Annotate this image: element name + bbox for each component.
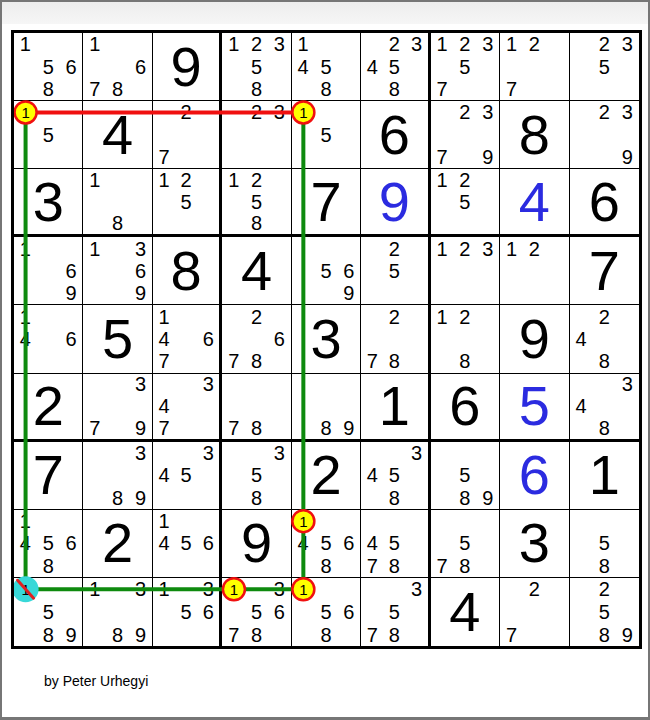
candidate-empty <box>546 623 569 646</box>
candidate-empty <box>476 328 499 350</box>
candidate-empty <box>337 55 360 77</box>
candidate-7: 7 <box>153 146 175 168</box>
candidate-grid: 12 <box>500 237 568 304</box>
candidate-grid: 128 <box>431 305 499 372</box>
candidate-empty <box>406 532 428 554</box>
candidate-8: 8 <box>245 78 268 100</box>
cell-r7c3[interactable]: 345 <box>153 442 222 510</box>
candidate-empty <box>37 146 60 168</box>
candidate-empty <box>476 260 499 282</box>
candidate-empty <box>523 601 546 624</box>
cell-r7c2[interactable]: 389 <box>83 442 152 510</box>
cell-r6c1[interactable]: 2 <box>14 374 83 442</box>
cell-r2c9[interactable]: 239 <box>570 101 639 169</box>
cell-r1c2[interactable]: 1678 <box>83 33 152 101</box>
candidate-6: 6 <box>60 260 83 282</box>
cell-r8c8[interactable]: 3 <box>500 510 569 578</box>
candidate-empty <box>616 395 639 417</box>
candidate-empty <box>453 260 476 282</box>
given-digit: 9 <box>519 311 550 367</box>
candidate-empty <box>593 510 616 532</box>
candidate-empty <box>570 55 593 77</box>
candidate-3: 3 <box>616 33 639 55</box>
candidate-8: 8 <box>453 555 476 577</box>
cell-r2c2[interactable]: 4 <box>83 101 152 169</box>
cell-r1c5[interactable]: 1458 <box>292 33 361 101</box>
given-digit: 8 <box>171 243 202 299</box>
candidate-3: 3 <box>406 442 428 464</box>
candidate-empty <box>383 328 405 350</box>
candidate-empty <box>292 417 315 439</box>
candidate-empty <box>383 578 405 601</box>
candidate-empty <box>106 169 129 191</box>
candidate-2: 2 <box>383 33 405 55</box>
credit-text: by Peter Urhegyi <box>44 673 148 689</box>
candidate-empty <box>268 486 291 508</box>
cell-r2c7[interactable]: 2379 <box>431 101 500 169</box>
candidate-empty <box>337 578 360 601</box>
candidate-4: 4 <box>153 532 175 554</box>
candidate-empty <box>83 55 106 77</box>
candidate-5: 5 <box>315 55 338 77</box>
candidate-empty <box>175 350 197 372</box>
candidate-empty <box>175 395 197 417</box>
candidate-empty <box>476 442 499 464</box>
cell-r2c8[interactable]: 8 <box>500 101 569 169</box>
cell-r5c5[interactable]: 3 <box>292 305 361 373</box>
candidate-empty <box>153 101 175 123</box>
candidate-grid: 3578 <box>361 578 427 646</box>
given-digit: 4 <box>241 243 272 299</box>
cell-r8c2[interactable]: 2 <box>83 510 152 578</box>
cell-r3c5[interactable]: 7 <box>292 169 361 237</box>
candidate-2: 2 <box>523 33 546 55</box>
candidate-2: 2 <box>245 101 268 123</box>
candidate-8: 8 <box>593 417 616 439</box>
candidate-8: 8 <box>245 486 268 508</box>
candidate-empty <box>431 486 454 508</box>
candidate-empty <box>222 442 245 464</box>
cell-r6c5[interactable]: 89 <box>292 374 361 442</box>
candidate-empty <box>60 510 83 532</box>
cell-r4c2[interactable]: 1369 <box>83 237 152 305</box>
candidate-8: 8 <box>106 213 129 235</box>
cell-r7c9[interactable]: 1 <box>570 442 639 510</box>
cell-r6c4[interactable]: 78 <box>222 374 291 442</box>
candidate-grid: 345 <box>153 442 219 509</box>
cell-r3c8[interactable]: 4 <box>500 169 569 237</box>
cell-r1c1[interactable]: 1568 <box>14 33 83 101</box>
candidate-5: 5 <box>37 601 60 624</box>
cell-r3c6[interactable]: 9 <box>361 169 430 237</box>
cell-r8c7[interactable]: 578 <box>431 510 500 578</box>
cell-r4c1[interactable]: 169 <box>14 237 83 305</box>
solver-digit: 6 <box>519 447 550 503</box>
candidate-6: 6 <box>197 328 219 350</box>
cell-r1c3[interactable]: 9 <box>153 33 222 101</box>
cell-r9c4[interactable]: 135678 <box>222 578 291 646</box>
candidate-empty <box>292 237 315 259</box>
candidate-5: 5 <box>175 191 197 213</box>
candidate-5: 5 <box>315 260 338 282</box>
cell-r5c8[interactable]: 9 <box>500 305 569 373</box>
candidate-empty <box>315 282 338 304</box>
candidate-empty <box>616 305 639 327</box>
candidate-empty <box>37 350 60 372</box>
cell-r7c5[interactable]: 2 <box>292 442 361 510</box>
candidate-empty <box>106 33 129 55</box>
candidate-empty <box>268 213 291 235</box>
cell-r1c4[interactable]: 12358 <box>222 33 291 101</box>
candidate-empty <box>175 417 197 439</box>
candidate-empty <box>476 464 499 486</box>
given-digit: 1 <box>589 447 620 503</box>
candidate-empty <box>106 417 129 439</box>
candidate-empty <box>570 623 593 646</box>
cell-r1c8[interactable]: 127 <box>500 33 569 101</box>
candidate-empty <box>616 578 639 601</box>
candidate-1: 1 <box>292 101 315 123</box>
cell-r8c5[interactable]: 14568 <box>292 510 361 578</box>
candidate-empty <box>570 101 593 123</box>
cell-r1c7[interactable]: 12357 <box>431 33 500 101</box>
cell-r5c6[interactable]: 278 <box>361 305 430 373</box>
cell-r6c6[interactable]: 1 <box>361 374 430 442</box>
candidate-1: 1 <box>222 169 245 191</box>
candidate-empty <box>337 623 360 646</box>
candidate-empty <box>406 237 428 259</box>
candidate-9: 9 <box>60 282 83 304</box>
cell-r1c6[interactable]: 23458 <box>361 33 430 101</box>
candidate-5: 5 <box>175 532 197 554</box>
cell-r4c3[interactable]: 8 <box>153 237 222 305</box>
cell-r3c9[interactable]: 6 <box>570 169 639 237</box>
candidate-empty <box>222 146 245 168</box>
candidate-2: 2 <box>593 33 616 55</box>
cell-r3c1[interactable]: 3 <box>14 169 83 237</box>
cell-r8c9[interactable]: 58 <box>570 510 639 578</box>
cell-r9c5[interactable]: 1568 <box>292 578 361 646</box>
candidate-empty <box>268 191 291 213</box>
candidate-empty <box>406 328 428 350</box>
candidate-empty <box>37 328 60 350</box>
candidate-empty <box>197 464 219 486</box>
candidate-empty <box>268 55 291 77</box>
candidate-3: 3 <box>197 578 219 601</box>
candidate-empty <box>383 282 405 304</box>
candidate-7: 7 <box>361 623 383 646</box>
cell-r9c8[interactable]: 27 <box>500 578 569 646</box>
candidate-4: 4 <box>570 328 593 350</box>
cell-r4c4[interactable]: 4 <box>222 237 291 305</box>
cell-r8c4[interactable]: 9 <box>222 510 291 578</box>
candidate-4: 4 <box>570 395 593 417</box>
candidate-empty <box>315 395 338 417</box>
cell-r3c3[interactable]: 125 <box>153 169 222 237</box>
candidate-grid: 27 <box>500 578 568 646</box>
cell-r4c8[interactable]: 12 <box>500 237 569 305</box>
candidate-empty <box>37 305 60 327</box>
candidate-6: 6 <box>129 55 152 77</box>
cell-r5c3[interactable]: 1467 <box>153 305 222 373</box>
cell-r9c3[interactable]: 1356 <box>153 578 222 646</box>
candidate-grid: 248 <box>570 305 639 372</box>
candidate-2: 2 <box>175 169 197 191</box>
candidate-empty <box>593 146 616 168</box>
cell-r5c2[interactable]: 5 <box>83 305 152 373</box>
candidate-grid: 127 <box>500 33 568 100</box>
candidate-empty <box>60 305 83 327</box>
given-digit: 6 <box>379 107 410 163</box>
candidate-empty <box>292 123 315 145</box>
candidate-3: 3 <box>129 374 152 396</box>
cell-r4c9[interactable]: 7 <box>570 237 639 305</box>
candidate-8: 8 <box>245 350 268 372</box>
candidate-empty <box>14 260 37 282</box>
candidate-empty <box>37 33 60 55</box>
candidate-grid: 23 <box>222 101 290 168</box>
candidate-empty <box>60 101 83 123</box>
candidate-2: 2 <box>453 101 476 123</box>
candidate-empty <box>222 123 245 145</box>
candidate-empty <box>546 33 569 55</box>
cell-r6c3[interactable]: 347 <box>153 374 222 442</box>
candidate-7: 7 <box>222 417 245 439</box>
candidate-1: 1 <box>153 169 175 191</box>
cell-r6c9[interactable]: 348 <box>570 374 639 442</box>
candidate-5: 5 <box>245 464 268 486</box>
candidate-empty <box>292 395 315 417</box>
candidate-3: 3 <box>129 578 152 601</box>
candidate-5: 5 <box>245 55 268 77</box>
candidate-empty <box>197 555 219 577</box>
candidate-8: 8 <box>315 78 338 100</box>
candidate-7: 7 <box>361 555 383 577</box>
cell-r9c1[interactable]: 1589 <box>14 578 83 646</box>
candidate-8: 8 <box>37 623 60 646</box>
candidate-empty <box>197 510 219 532</box>
candidate-5: 5 <box>593 601 616 624</box>
candidate-empty <box>14 146 37 168</box>
candidate-2: 2 <box>453 305 476 327</box>
cell-r3c7[interactable]: 125 <box>431 169 500 237</box>
candidate-2: 2 <box>593 578 616 601</box>
candidate-empty <box>60 578 83 601</box>
cell-r7c8[interactable]: 6 <box>500 442 569 510</box>
cell-r9c6[interactable]: 3578 <box>361 578 430 646</box>
candidate-empty <box>222 55 245 77</box>
given-digit: 8 <box>519 107 550 163</box>
cell-r2c6[interactable]: 6 <box>361 101 430 169</box>
cell-r5c1[interactable]: 146 <box>14 305 83 373</box>
candidate-grid: 135678 <box>222 578 290 646</box>
candidate-empty <box>268 123 291 145</box>
candidate-grid: 15 <box>14 101 82 168</box>
candidate-empty <box>315 146 338 168</box>
cell-r2c1[interactable]: 15 <box>14 101 83 169</box>
candidate-8: 8 <box>315 555 338 577</box>
cell-r3c4[interactable]: 1258 <box>222 169 291 237</box>
candidate-empty <box>83 486 106 508</box>
candidate-empty <box>175 213 197 235</box>
given-digit: 9 <box>171 39 202 95</box>
candidate-8: 8 <box>37 555 60 577</box>
candidate-1: 1 <box>83 33 106 55</box>
candidate-empty <box>129 464 152 486</box>
candidate-empty <box>222 191 245 213</box>
cell-r4c5[interactable]: 569 <box>292 237 361 305</box>
cell-r6c8[interactable]: 5 <box>500 374 569 442</box>
candidate-empty <box>476 350 499 372</box>
cell-r4c6[interactable]: 25 <box>361 237 430 305</box>
candidate-8: 8 <box>383 350 405 372</box>
candidate-6: 6 <box>129 260 152 282</box>
candidate-5: 5 <box>383 532 405 554</box>
candidate-2: 2 <box>593 101 616 123</box>
cell-r5c7[interactable]: 128 <box>431 305 500 373</box>
candidate-empty <box>546 78 569 100</box>
candidate-4: 4 <box>153 328 175 350</box>
candidate-empty <box>406 78 428 100</box>
candidate-empty <box>37 260 60 282</box>
candidate-empty <box>175 623 197 646</box>
candidate-empty <box>500 55 523 77</box>
candidate-empty <box>175 374 197 396</box>
candidate-4: 4 <box>361 532 383 554</box>
candidate-6: 6 <box>60 328 83 350</box>
candidate-3: 3 <box>406 578 428 601</box>
candidate-4: 4 <box>361 55 383 77</box>
candidate-4: 4 <box>14 532 37 554</box>
candidate-empty <box>197 395 219 417</box>
candidate-empty <box>83 260 106 282</box>
candidate-empty <box>406 601 428 624</box>
candidate-empty <box>361 328 383 350</box>
candidate-empty <box>546 237 569 259</box>
cell-r6c7[interactable]: 6 <box>431 374 500 442</box>
cell-r9c2[interactable]: 1389 <box>83 578 152 646</box>
cell-r7c4[interactable]: 358 <box>222 442 291 510</box>
cell-r9c7[interactable]: 4 <box>431 578 500 646</box>
candidate-empty <box>616 123 639 145</box>
cell-r7c7[interactable]: 589 <box>431 442 500 510</box>
candidate-empty <box>83 623 106 646</box>
candidate-empty <box>523 260 546 282</box>
cell-r2c5[interactable]: 15 <box>292 101 361 169</box>
given-digit: 9 <box>241 515 272 571</box>
candidate-9: 9 <box>129 623 152 646</box>
cell-r5c4[interactable]: 2678 <box>222 305 291 373</box>
candidate-grid: 89 <box>292 374 360 439</box>
candidate-empty <box>222 213 245 235</box>
candidate-empty <box>406 464 428 486</box>
given-digit: 7 <box>310 174 341 230</box>
candidate-grid: 146 <box>14 305 82 372</box>
candidate-empty <box>406 510 428 532</box>
candidate-1: 1 <box>153 305 175 327</box>
candidate-grid: 239 <box>570 101 639 168</box>
candidate-3: 3 <box>268 33 291 55</box>
candidate-8: 8 <box>106 78 129 100</box>
candidate-empty <box>268 623 291 646</box>
candidate-empty <box>616 601 639 624</box>
candidate-empty <box>268 305 291 327</box>
cell-r2c3[interactable]: 27 <box>153 101 222 169</box>
candidate-empty <box>83 601 106 624</box>
candidate-grid: 14568 <box>292 510 360 577</box>
candidate-empty <box>616 55 639 77</box>
cell-r4c7[interactable]: 123 <box>431 237 500 305</box>
candidate-grid: 1589 <box>14 578 82 646</box>
candidate-empty <box>570 123 593 145</box>
cell-r7c6[interactable]: 3458 <box>361 442 430 510</box>
cell-r9c9[interactable]: 2589 <box>570 578 639 646</box>
candidate-empty <box>175 555 197 577</box>
given-digit: 3 <box>33 174 64 230</box>
candidate-empty <box>431 55 454 77</box>
candidate-7: 7 <box>222 350 245 372</box>
candidate-4: 4 <box>361 464 383 486</box>
cell-r8c3[interactable]: 1456 <box>153 510 222 578</box>
candidate-empty <box>153 486 175 508</box>
candidate-empty <box>593 395 616 417</box>
toolbar-strip <box>2 2 648 24</box>
cell-r1c9[interactable]: 235 <box>570 33 639 101</box>
candidate-empty <box>546 601 569 624</box>
cell-r5c9[interactable]: 248 <box>570 305 639 373</box>
candidate-grid: 2678 <box>222 305 290 372</box>
candidate-empty <box>106 55 129 77</box>
candidate-empty <box>268 374 291 396</box>
cell-r8c6[interactable]: 4578 <box>361 510 430 578</box>
candidate-empty <box>129 395 152 417</box>
candidate-grid: 15 <box>292 101 360 168</box>
cell-r8c1[interactable]: 14568 <box>14 510 83 578</box>
candidate-8: 8 <box>383 555 405 577</box>
candidate-empty <box>431 350 454 372</box>
candidate-empty <box>222 601 245 624</box>
candidate-empty <box>431 510 454 532</box>
candidate-empty <box>476 123 499 145</box>
candidate-empty <box>406 486 428 508</box>
candidate-empty <box>361 33 383 55</box>
candidate-empty <box>315 237 338 259</box>
cell-r3c2[interactable]: 18 <box>83 169 152 237</box>
candidate-empty <box>406 555 428 577</box>
candidate-5: 5 <box>453 464 476 486</box>
candidate-5: 5 <box>383 464 405 486</box>
given-digit: 7 <box>33 447 64 503</box>
candidate-empty <box>616 350 639 372</box>
candidate-empty <box>83 442 106 464</box>
candidate-empty <box>500 578 523 601</box>
candidate-empty <box>431 442 454 464</box>
candidate-empty <box>292 146 315 168</box>
candidate-empty <box>361 601 383 624</box>
candidate-grid: 123 <box>431 237 499 304</box>
candidate-3: 3 <box>268 442 291 464</box>
candidate-grid: 1467 <box>153 305 219 372</box>
candidate-7: 7 <box>500 623 523 646</box>
cell-r7c1[interactable]: 7 <box>14 442 83 510</box>
cell-r6c2[interactable]: 379 <box>83 374 152 442</box>
candidate-5: 5 <box>593 55 616 77</box>
candidate-empty <box>431 464 454 486</box>
window: 1568167891235814582345812357127235154272… <box>0 0 650 720</box>
given-digit: 5 <box>102 311 133 367</box>
candidate-empty <box>129 191 152 213</box>
cell-r2c4[interactable]: 23 <box>222 101 291 169</box>
